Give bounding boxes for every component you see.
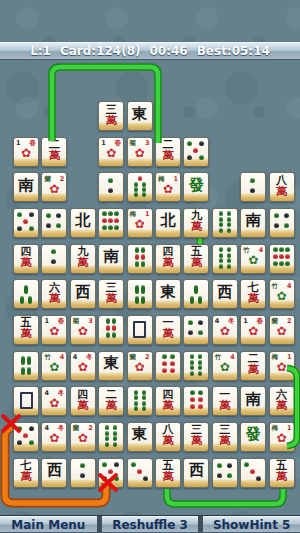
- bottom-toolbar: Main Menu Reshuffle 3 ShowHint 5: [0, 515, 300, 533]
- tile-7-bamboo[interactable]: [127, 172, 153, 202]
- tile-2-wan[interactable]: 二萬: [155, 137, 181, 167]
- tile-5-dot[interactable]: [13, 208, 39, 238]
- tile-8-bamboo[interactable]: [98, 422, 124, 452]
- tile-3-wan[interactable]: 三萬: [212, 422, 238, 452]
- tile-9-dot[interactable]: [98, 208, 124, 238]
- tile-board: 三萬東1春✿二萬1春✿菊3✿二萬南蘭2✿梅1✿發八萬北梅1✿北九萬南四萬九萬南四…: [0, 0, 300, 533]
- tile-flower-orchid-2[interactable]: 蘭2✿: [41, 172, 67, 202]
- tile-8-bamboo[interactable]: [127, 386, 153, 416]
- tile-4-bamboo[interactable]: [127, 279, 153, 309]
- tile-east-wind[interactable]: 東: [127, 101, 153, 131]
- tile-east-wind[interactable]: 東: [127, 422, 153, 452]
- tile-8-wan[interactable]: 八萬: [269, 172, 295, 202]
- tile-season-winter-4[interactable]: 4冬✿: [41, 422, 67, 452]
- tile-east-wind[interactable]: 東: [98, 351, 124, 381]
- level-label: L:1: [30, 44, 51, 58]
- tile-4-bamboo[interactable]: [13, 351, 39, 381]
- tile-2-wan[interactable]: 二萬: [98, 386, 124, 416]
- tile-flower-plum-1[interactable]: 梅1✿: [269, 351, 295, 381]
- tile-white-dragon[interactable]: [127, 315, 153, 345]
- tile-east-wind[interactable]: 東: [155, 279, 181, 309]
- tile-3-bamboo[interactable]: [13, 279, 39, 309]
- tile-w-wan[interactable]: 西: [70, 279, 96, 309]
- tile-north-wind[interactable]: 北: [70, 208, 96, 238]
- show-hint-button[interactable]: ShowHint 5: [203, 516, 300, 532]
- tile-3-dot[interactable]: [240, 458, 266, 488]
- tile-flower-bamboo-4[interactable]: 竹4✿: [212, 351, 238, 381]
- tile-9-dot[interactable]: [269, 244, 295, 274]
- tile-4-dot[interactable]: [183, 315, 209, 345]
- tile-5-dot[interactable]: [13, 422, 39, 452]
- tile-flower-orchid-2[interactable]: 蘭2✿: [127, 351, 153, 381]
- tile-season-spring-1[interactable]: 1春✿: [98, 137, 124, 167]
- tile-4-wan[interactable]: 四萬: [13, 244, 39, 274]
- tile-season-spring-1[interactable]: 1春✿: [13, 137, 39, 167]
- tile-4-wan[interactable]: 四萬: [155, 386, 181, 416]
- tile-3-wan[interactable]: 三萬: [98, 279, 124, 309]
- tile-5-wan[interactable]: 五萬: [183, 244, 209, 274]
- tile-green-dragon[interactable]: 發: [183, 172, 209, 202]
- tile-flower-plum-1[interactable]: 梅1✿: [127, 208, 153, 238]
- tile-flower-chrysanthemum-3[interactable]: 菊3✿: [70, 315, 96, 345]
- tile-4-dot[interactable]: [41, 208, 67, 238]
- tile-2-dot[interactable]: [98, 172, 124, 202]
- tile-6-dot[interactable]: [155, 351, 181, 381]
- tile-flower-bamboo-4[interactable]: 竹4✿: [240, 244, 266, 274]
- timer-label: 00:46: [150, 44, 188, 58]
- tile-8-bamboo[interactable]: [183, 351, 209, 381]
- tile-5-wan[interactable]: 五萬: [155, 458, 181, 488]
- tile-green-dragon[interactable]: 發: [240, 422, 266, 452]
- tile-flower-orchid-2[interactable]: 蘭2✿: [70, 422, 96, 452]
- tile-2-wan[interactable]: 二萬: [41, 137, 67, 167]
- status-bar: L:1 Card:124(8) 00:46 Best:05:14: [0, 42, 300, 60]
- tile-flower-orchid-2[interactable]: 蘭2✿: [269, 315, 295, 345]
- tile-3-wan[interactable]: 三萬: [183, 422, 209, 452]
- tile-4-dot[interactable]: [269, 208, 295, 238]
- tile-2-dot[interactable]: [41, 244, 67, 274]
- tile-2-wan[interactable]: 二萬: [240, 351, 266, 381]
- tile-6-bamboo[interactable]: [127, 244, 153, 274]
- tile-8-wan[interactable]: 八萬: [155, 422, 181, 452]
- tile-season-winter-4[interactable]: 4冬✿: [41, 386, 67, 416]
- main-menu-button[interactable]: Main Menu: [0, 516, 97, 532]
- tile-south-wind[interactable]: 南: [240, 386, 266, 416]
- tile-flower-plum-1[interactable]: 梅1✿: [155, 172, 181, 202]
- tile-3-wan[interactable]: 三萬: [98, 101, 124, 131]
- tile-7-wan[interactable]: 七萬: [240, 279, 266, 309]
- tile-2-dot[interactable]: [240, 172, 266, 202]
- tile-4-wan[interactable]: 四萬: [155, 244, 181, 274]
- tile-season-spring-1[interactable]: 1春✿: [41, 315, 67, 345]
- tile-3-dot[interactable]: [127, 458, 153, 488]
- tile-white-dragon[interactable]: [13, 386, 39, 416]
- tile-south-wind[interactable]: 南: [240, 208, 266, 238]
- tile-8-bamboo[interactable]: [212, 244, 238, 274]
- tile-season-winter-4[interactable]: 4冬✿: [70, 351, 96, 381]
- best-time-label: Best:05:14: [197, 44, 270, 58]
- tile-w-wan[interactable]: 西: [212, 279, 238, 309]
- tile-6-wan[interactable]: 六萬: [41, 279, 67, 309]
- tile-2-dot[interactable]: [70, 458, 96, 488]
- tile-6-wan[interactable]: 六萬: [269, 386, 295, 416]
- tile-6-dot[interactable]: [183, 386, 209, 416]
- tile-w-wan[interactable]: 西: [41, 458, 67, 488]
- tile-3-bamboo[interactable]: [183, 279, 209, 309]
- tile-7-wan[interactable]: 七萬: [13, 458, 39, 488]
- tile-w-wan[interactable]: 西: [183, 458, 209, 488]
- reshuffle-button[interactable]: Reshuffle 3: [102, 516, 199, 532]
- tile-flower-bamboo-4[interactable]: 竹4✿: [269, 279, 295, 309]
- card-count-label: Card:124(8): [60, 44, 141, 58]
- tile-1-wan[interactable]: 一萬: [212, 386, 238, 416]
- tile-south-wind[interactable]: 南: [13, 172, 39, 202]
- tile-north-wind[interactable]: 北: [155, 208, 181, 238]
- tile-4-dot[interactable]: [212, 458, 238, 488]
- tile-5-wan[interactable]: 五萬: [269, 458, 295, 488]
- tile-4-wan[interactable]: 四萬: [70, 386, 96, 416]
- tile-flower-plum-1[interactable]: 梅1✿: [269, 422, 295, 452]
- tile-8-bamboo[interactable]: [212, 208, 238, 238]
- tile-5-dot[interactable]: [183, 137, 209, 167]
- tile-south-wind[interactable]: 南: [98, 244, 124, 274]
- tile-season-spring-1[interactable]: 1春✿: [240, 315, 266, 345]
- tile-9-wan[interactable]: 九萬: [183, 208, 209, 238]
- tile-season-winter-4[interactable]: 4冬✿: [212, 315, 238, 345]
- tile-flower-chrysanthemum-3[interactable]: 菊3✿: [127, 137, 153, 167]
- game-screen: 三萬東1春✿二萬1春✿菊3✿二萬南蘭2✿梅1✿發八萬北梅1✿北九萬南四萬九萬南四…: [0, 0, 300, 533]
- tile-flower-bamboo-4[interactable]: 竹4✿: [41, 351, 67, 381]
- tile-1-wan[interactable]: 一萬: [155, 315, 181, 345]
- tile-5-wan[interactable]: 五萬: [13, 315, 39, 345]
- tile-9-wan[interactable]: 九萬: [70, 244, 96, 274]
- tile-5-dot[interactable]: [98, 458, 124, 488]
- tile-6-bamboo[interactable]: [98, 315, 124, 345]
